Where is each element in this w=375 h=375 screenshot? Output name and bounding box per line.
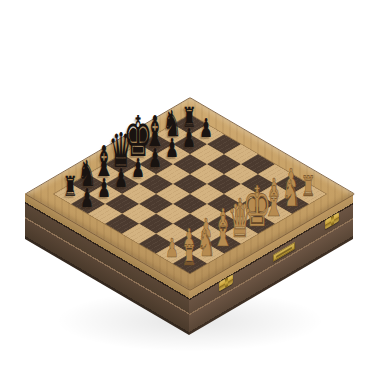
piece-white-pawn-a2: ♟ <box>165 234 179 260</box>
piece-black-pawn-g7: ♟ <box>182 125 196 151</box>
piece-black-pawn-b7: ♟ <box>97 175 111 201</box>
chess-set-photo: ♜♞♝♛♚♝♞♜♟♟♟♟♟♟♟♟♟♟♟♟♟♟♟♟♜♞♝♛♚♝♞♜ <box>0 0 375 375</box>
piece-black-pawn-c7: ♟ <box>114 165 128 191</box>
piece-black-pawn-f7: ♟ <box>165 135 179 161</box>
piece-white-knight-b1: ♞ <box>197 226 216 262</box>
piece-black-pawn-d7: ♟ <box>131 155 145 181</box>
piece-black-pawn-a7: ♟ <box>80 185 94 211</box>
piece-white-rook-a1: ♜ <box>182 242 197 270</box>
brass-hinge-icon <box>219 274 233 291</box>
piece-black-pawn-h7: ♟ <box>199 115 213 141</box>
piece-white-rook-h1: ♜ <box>300 173 315 201</box>
brass-hinge-icon <box>325 212 339 229</box>
piece-black-rook-a8: ♜ <box>63 173 78 201</box>
brass-nameplate <box>273 242 295 262</box>
piece-black-pawn-e7: ♟ <box>148 145 162 171</box>
